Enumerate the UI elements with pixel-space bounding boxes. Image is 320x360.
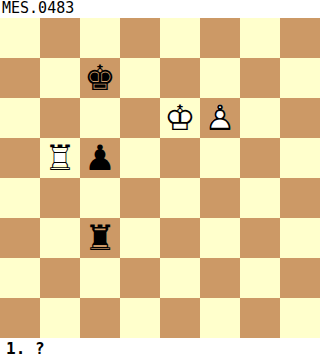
square-b4	[40, 178, 80, 218]
piece-black-pawn: ♟	[80, 138, 120, 178]
square-a4	[0, 178, 40, 218]
square-g7	[240, 58, 280, 98]
square-e3	[160, 218, 200, 258]
square-e4	[160, 178, 200, 218]
square-e5	[160, 138, 200, 178]
square-d4	[120, 178, 160, 218]
square-g2	[240, 258, 280, 298]
chess-diagram: MES.0483 ♚♚♔♟♙♜♖♟♜ 1. ?	[0, 0, 320, 360]
square-d8	[120, 18, 160, 58]
square-e7	[160, 58, 200, 98]
square-a2	[0, 258, 40, 298]
piece-white-pawn: ♟♙	[200, 98, 240, 138]
square-g8	[240, 18, 280, 58]
square-a6	[0, 98, 40, 138]
square-c1	[80, 298, 120, 338]
square-d3	[120, 218, 160, 258]
square-g1	[240, 298, 280, 338]
square-c3: ♜	[80, 218, 120, 258]
square-e6: ♚♔	[160, 98, 200, 138]
square-h5	[280, 138, 320, 178]
square-a5	[0, 138, 40, 178]
square-d5	[120, 138, 160, 178]
piece-black-rook: ♜	[80, 218, 120, 258]
square-g3	[240, 218, 280, 258]
square-g5	[240, 138, 280, 178]
square-e8	[160, 18, 200, 58]
square-h6	[280, 98, 320, 138]
square-c5: ♟	[80, 138, 120, 178]
square-d7	[120, 58, 160, 98]
square-g4	[240, 178, 280, 218]
square-f7	[200, 58, 240, 98]
square-b3	[40, 218, 80, 258]
square-c2	[80, 258, 120, 298]
square-b6	[40, 98, 80, 138]
square-f5	[200, 138, 240, 178]
square-a8	[0, 18, 40, 58]
square-h3	[280, 218, 320, 258]
square-b5: ♜♖	[40, 138, 80, 178]
diagram-title: MES.0483	[2, 0, 74, 18]
square-a7	[0, 58, 40, 98]
square-f8	[200, 18, 240, 58]
square-d6	[120, 98, 160, 138]
piece-white-king: ♚♔	[160, 98, 200, 138]
square-f6: ♟♙	[200, 98, 240, 138]
square-h7	[280, 58, 320, 98]
piece-black-king: ♚	[80, 58, 120, 98]
square-h1	[280, 298, 320, 338]
piece-white-rook: ♜♖	[40, 138, 80, 178]
square-a1	[0, 298, 40, 338]
square-c7: ♚	[80, 58, 120, 98]
chess-board: ♚♚♔♟♙♜♖♟♜	[0, 18, 320, 338]
square-h4	[280, 178, 320, 218]
square-e2	[160, 258, 200, 298]
square-f2	[200, 258, 240, 298]
square-b1	[40, 298, 80, 338]
square-g6	[240, 98, 280, 138]
square-b8	[40, 18, 80, 58]
move-prompt: 1. ?	[6, 338, 45, 360]
square-e1	[160, 298, 200, 338]
square-d1	[120, 298, 160, 338]
square-c4	[80, 178, 120, 218]
square-f4	[200, 178, 240, 218]
square-b7	[40, 58, 80, 98]
square-a3	[0, 218, 40, 258]
square-d2	[120, 258, 160, 298]
square-f1	[200, 298, 240, 338]
square-b2	[40, 258, 80, 298]
square-h2	[280, 258, 320, 298]
square-c6	[80, 98, 120, 138]
square-h8	[280, 18, 320, 58]
square-f3	[200, 218, 240, 258]
square-c8	[80, 18, 120, 58]
